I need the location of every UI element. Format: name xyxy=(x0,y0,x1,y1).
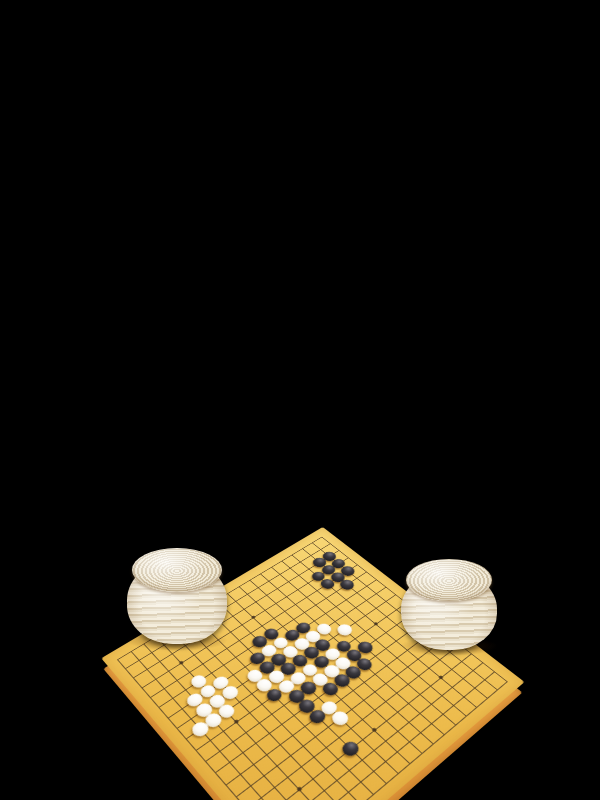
right-stone-bowl[interactable] xyxy=(400,559,498,650)
right-bowl-lid xyxy=(406,559,492,601)
board-scene xyxy=(0,0,600,800)
grid-line-vertical xyxy=(293,681,508,800)
photo-stage xyxy=(0,0,600,800)
left-bowl-lid xyxy=(132,548,222,592)
left-stone-bowl[interactable] xyxy=(126,548,228,644)
